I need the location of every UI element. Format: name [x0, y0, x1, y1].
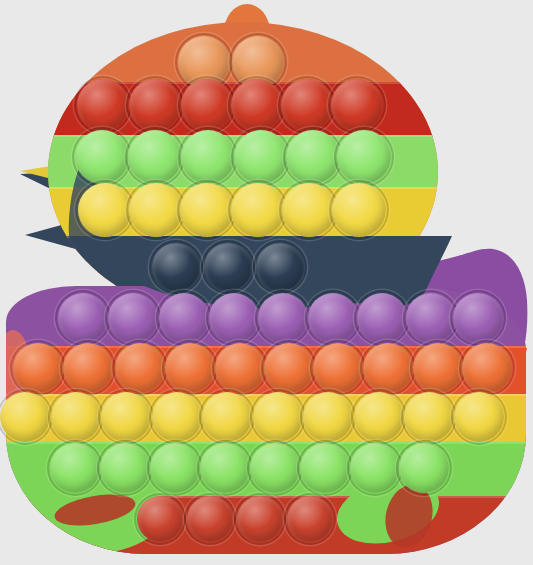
bubble-body-yellow-2[interactable] [48, 389, 104, 445]
bubble-body-yellow-5[interactable] [199, 389, 255, 445]
bubble-head-green-1[interactable] [72, 127, 132, 187]
bubble-dome [108, 293, 158, 343]
bubble-dome [404, 392, 454, 442]
bubble-dome [258, 293, 308, 343]
bubble-dome [250, 443, 300, 493]
bubble-dome [129, 79, 181, 131]
bubble-neck-navy-2[interactable] [201, 240, 255, 294]
bubble-body-red-3[interactable] [234, 493, 286, 545]
bubble-body-yellow-1[interactable] [0, 389, 53, 445]
bubble-body-purple-1[interactable] [55, 290, 111, 346]
bubble-dome [77, 79, 129, 131]
bubble-dome [100, 443, 150, 493]
bubble-body-red-2[interactable] [184, 493, 236, 545]
bubble-dome [357, 293, 407, 343]
bubble-dome [115, 343, 165, 393]
bubble-dome [137, 496, 183, 542]
bubble-dome [200, 443, 250, 493]
bubble-body-orange-6[interactable] [261, 340, 317, 396]
bubble-dome [308, 293, 358, 343]
bubble-dome [354, 392, 404, 442]
bubble-dome [78, 183, 132, 237]
bubble-dome [159, 293, 209, 343]
bubble-body-purple-6[interactable] [305, 290, 361, 346]
bubble-dome [454, 392, 504, 442]
bubble-dome [331, 79, 383, 131]
bubble-body-yellow-7[interactable] [300, 389, 356, 445]
bubble-body-green-6[interactable] [297, 440, 353, 496]
bubble-body-orange-8[interactable] [360, 340, 416, 396]
bubble-dome [281, 79, 333, 131]
bubble-dome [256, 243, 304, 291]
bubble-body-purple-9[interactable] [450, 290, 506, 346]
bubble-body-green-5[interactable] [247, 440, 303, 496]
bubble-dome [282, 183, 336, 237]
bubble-dome [150, 443, 200, 493]
bubble-dome [406, 293, 456, 343]
bubble-dome [300, 443, 350, 493]
bubble-body-yellow-6[interactable] [250, 389, 306, 445]
bubble-head-yellow-6[interactable] [329, 180, 389, 240]
bubble-dome [58, 293, 108, 343]
bubble-dome [63, 343, 113, 393]
bubble-body-green-8[interactable] [396, 440, 452, 496]
bubble-dome [101, 392, 151, 442]
bubble-dome [234, 130, 288, 184]
bubble-dome [253, 392, 303, 442]
bubble-dome [152, 392, 202, 442]
bubble-dome [337, 130, 391, 184]
bubble-body-yellow-9[interactable] [401, 389, 457, 445]
bubble-body-purple-5[interactable] [255, 290, 311, 346]
bubble-head-red-6[interactable] [328, 76, 386, 134]
bubble-head-red-1[interactable] [74, 76, 132, 134]
bubble-body-red-4[interactable] [284, 493, 336, 545]
bubble-dome [313, 343, 363, 393]
bubble-dome [13, 343, 63, 393]
bubble-dome [413, 343, 463, 393]
pop-it-duck-toy [0, 0, 533, 565]
bubble-body-green-1[interactable] [47, 440, 103, 496]
bubble-dome [165, 343, 215, 393]
bubble-head-green-4[interactable] [231, 127, 291, 187]
bubble-body-yellow-8[interactable] [351, 389, 407, 445]
bubble-body-green-7[interactable] [347, 440, 403, 496]
bubble-dome [231, 183, 285, 237]
bubble-grid [0, 0, 533, 565]
bubble-body-orange-3[interactable] [112, 340, 168, 396]
bubble-body-purple-3[interactable] [156, 290, 212, 346]
bubble-neck-navy-3[interactable] [253, 240, 307, 294]
bubble-body-green-4[interactable] [197, 440, 253, 496]
bubble-dome [181, 79, 233, 131]
bubble-body-orange-9[interactable] [410, 340, 466, 396]
bubble-dome [75, 130, 129, 184]
bubble-body-purple-4[interactable] [206, 290, 262, 346]
bubble-head-green-3[interactable] [178, 127, 238, 187]
bubble-dome [50, 443, 100, 493]
bubble-dome [286, 130, 340, 184]
bubble-dome [204, 243, 252, 291]
bubble-dome [129, 183, 183, 237]
bubble-body-orange-10[interactable] [459, 340, 515, 396]
bubble-dome [152, 243, 200, 291]
bubble-dome [51, 392, 101, 442]
bubble-body-red-1[interactable] [134, 493, 186, 545]
bubble-dome [180, 183, 234, 237]
bubble-dome [303, 392, 353, 442]
bubble-dome [187, 496, 233, 542]
bubble-body-yellow-10[interactable] [451, 389, 507, 445]
bubble-body-orange-4[interactable] [162, 340, 218, 396]
bubble-dome [231, 79, 283, 131]
bubble-dome [332, 183, 386, 237]
bubble-head-green-2[interactable] [125, 127, 185, 187]
bubble-body-orange-2[interactable] [60, 340, 116, 396]
bubble-body-orange-5[interactable] [212, 340, 268, 396]
bubble-head-green-6[interactable] [334, 127, 394, 187]
bubble-dome [0, 392, 50, 442]
bubble-dome [264, 343, 314, 393]
bubble-dome [181, 130, 235, 184]
bubble-dome [350, 443, 400, 493]
bubble-head-red-2[interactable] [126, 76, 184, 134]
bubble-dome [237, 496, 283, 542]
bubble-dome [202, 392, 252, 442]
bubble-body-purple-7[interactable] [354, 290, 410, 346]
bubble-body-yellow-4[interactable] [149, 389, 205, 445]
bubble-body-green-2[interactable] [97, 440, 153, 496]
bubble-body-yellow-3[interactable] [98, 389, 154, 445]
bubble-body-green-3[interactable] [147, 440, 203, 496]
bubble-body-purple-2[interactable] [105, 290, 161, 346]
bubble-dome [462, 343, 512, 393]
bubble-dome [209, 293, 259, 343]
bubble-dome [399, 443, 449, 493]
bubble-dome [363, 343, 413, 393]
bubble-body-orange-1[interactable] [10, 340, 66, 396]
bubble-dome [128, 130, 182, 184]
bubble-dome [215, 343, 265, 393]
bubble-dome [287, 496, 333, 542]
bubble-body-orange-7[interactable] [310, 340, 366, 396]
bubble-neck-navy-1[interactable] [149, 240, 203, 294]
bubble-dome [453, 293, 503, 343]
